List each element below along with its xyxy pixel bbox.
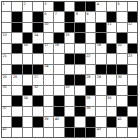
black-cell-r8c7 [65, 75, 74, 84]
cell-r9c2[interactable] [12, 86, 21, 95]
cell-r5c9[interactable] [86, 44, 95, 53]
black-cell-r7c11 [107, 65, 116, 74]
cell-r7c8[interactable] [75, 65, 84, 74]
cell-r5c5[interactable]: 17 [44, 44, 53, 53]
cell-r8c4[interactable]: 27 [33, 75, 42, 84]
black-cell-r13c8 [75, 128, 84, 137]
black-cell-r6c8 [75, 54, 84, 63]
black-cell-r12c4 [33, 117, 42, 126]
black-cell-r4c10 [96, 33, 105, 42]
cell-r6c12[interactable] [117, 54, 126, 63]
cell-r7c6[interactable] [54, 65, 63, 74]
crossword-grid: 1234567891011121314151617181920212223242… [1, 1, 138, 138]
cell-r8c10[interactable]: 29 [96, 75, 105, 84]
clue-number-9: 9 [86, 12, 88, 16]
clue-number-22: 22 [86, 54, 90, 58]
cell-r7c9[interactable] [86, 65, 95, 74]
clue-number-20: 20 [118, 43, 122, 47]
cell-r9c6[interactable] [54, 86, 63, 95]
cell-r11c2[interactable] [12, 107, 21, 116]
black-cell-r4c6 [54, 33, 63, 42]
cell-r11c13[interactable] [128, 107, 137, 116]
cell-r13c13[interactable] [128, 128, 137, 137]
cell-r6c2[interactable] [12, 54, 21, 63]
cell-r6c6[interactable] [54, 54, 63, 63]
cell-r13c11[interactable] [107, 128, 116, 137]
cell-r8c9[interactable]: 28 [86, 75, 95, 84]
cell-r12c1[interactable] [2, 117, 11, 126]
clue-number-43: 43 [97, 127, 101, 131]
cell-r8c11[interactable] [107, 75, 116, 84]
clue-number-12: 12 [128, 22, 132, 26]
cell-r4c13[interactable] [128, 33, 137, 42]
cell-r9c7[interactable]: 33 [65, 86, 74, 95]
cell-r1c11[interactable] [107, 2, 116, 11]
cell-r2c8[interactable]: 8 [75, 12, 84, 21]
black-cell-r3c4 [33, 23, 42, 32]
black-cell-r2c13 [128, 12, 137, 21]
cell-r8c13[interactable] [128, 75, 137, 84]
black-cell-r2c11 [107, 12, 116, 21]
cell-r11c7[interactable] [65, 107, 74, 116]
clue-number-40: 40 [55, 117, 59, 121]
cell-r6c10[interactable] [96, 54, 105, 63]
clue-number-35: 35 [86, 96, 90, 100]
cell-r1c4[interactable] [33, 2, 42, 11]
cell-r11c4[interactable] [33, 107, 42, 116]
clue-number-32: 32 [34, 85, 38, 89]
cell-r10c7[interactable] [65, 96, 74, 105]
clue-number-41: 41 [118, 117, 122, 121]
black-cell-r3c7 [65, 23, 74, 32]
cell-r9c10[interactable] [96, 86, 105, 95]
cell-r7c13[interactable] [128, 65, 137, 74]
black-cell-r1c8 [75, 2, 84, 11]
black-cell-r12c13 [128, 117, 137, 126]
clue-number-38: 38 [86, 106, 90, 110]
black-cell-r2c4 [33, 12, 42, 21]
cell-r8c3[interactable] [23, 75, 32, 84]
cell-r13c10[interactable]: 43 [96, 128, 105, 137]
cell-r8c12[interactable]: 30 [117, 75, 126, 84]
cell-r13c4[interactable] [33, 128, 42, 137]
clue-number-31: 31 [3, 85, 7, 89]
cell-r2c9[interactable]: 9 [86, 12, 95, 21]
black-cell-r10c2 [12, 96, 21, 105]
cell-r1c3[interactable]: 2 [23, 2, 32, 11]
clue-number-36: 36 [107, 96, 111, 100]
cell-r12c8[interactable] [75, 117, 84, 126]
cell-r12c10[interactable] [96, 117, 105, 126]
black-cell-r11c8 [75, 107, 84, 116]
cell-r8c6[interactable] [54, 75, 63, 84]
cell-r6c13[interactable]: 23 [128, 54, 137, 63]
black-cell-r12c11 [107, 117, 116, 126]
cell-r6c1[interactable]: 21 [2, 54, 11, 63]
cell-r13c5[interactable] [44, 128, 53, 137]
black-cell-r9c11 [107, 86, 116, 95]
black-cell-r1c6 [54, 2, 63, 11]
clue-number-27: 27 [34, 75, 38, 79]
black-cell-r13c7 [65, 128, 74, 137]
clue-number-24: 24 [44, 64, 48, 68]
cell-r3c5[interactable]: 10 [44, 23, 53, 32]
cell-r11c9[interactable]: 38 [86, 107, 95, 116]
cell-r1c1[interactable]: 1 [2, 2, 11, 11]
cell-r4c4[interactable]: 14 [33, 33, 42, 42]
clue-number-4: 4 [97, 2, 99, 6]
black-cell-r4c12 [117, 33, 126, 42]
cell-r3c9[interactable] [86, 23, 95, 32]
cell-r2c10[interactable] [96, 12, 105, 21]
black-cell-r3c10 [96, 23, 105, 32]
cell-r3c13[interactable]: 12 [128, 23, 137, 32]
clue-number-13: 13 [3, 33, 7, 37]
cell-r11c10[interactable] [96, 107, 105, 116]
cell-r13c3[interactable] [23, 128, 32, 137]
clue-number-2: 2 [23, 2, 25, 6]
cell-r3c12[interactable] [117, 23, 126, 32]
cell-r10c5[interactable] [44, 96, 53, 105]
cell-r5c8[interactable] [75, 44, 84, 53]
black-cell-r5c13 [128, 44, 137, 53]
cell-r10c11[interactable]: 36 [107, 96, 116, 105]
black-cell-r9c3 [23, 86, 32, 95]
cell-r12c3[interactable] [23, 117, 32, 126]
black-cell-r10c4 [33, 96, 42, 105]
cell-r11c1[interactable]: 37 [2, 107, 11, 116]
cell-r3c3[interactable] [23, 23, 32, 32]
black-cell-r4c3 [23, 33, 32, 42]
cell-r7c7[interactable] [65, 65, 74, 74]
clue-number-39: 39 [44, 117, 48, 121]
cell-r5c7[interactable] [65, 44, 74, 53]
black-cell-r11c12 [117, 107, 126, 116]
cell-r11c11[interactable] [107, 107, 116, 116]
clue-number-23: 23 [128, 54, 132, 58]
black-cell-r5c11 [107, 44, 116, 53]
cell-r8c2[interactable]: 26 [12, 75, 21, 84]
cell-r5c10[interactable]: 19 [96, 44, 105, 53]
clue-number-6: 6 [44, 12, 46, 16]
cell-r1c10[interactable]: 4 [96, 2, 105, 11]
black-cell-r10c8 [75, 96, 84, 105]
black-cell-r7c10 [96, 65, 105, 74]
clue-number-8: 8 [76, 12, 78, 16]
cell-r12c12[interactable]: 41 [117, 117, 126, 126]
black-cell-r3c8 [75, 23, 84, 32]
clue-number-5: 5 [118, 2, 120, 6]
black-cell-r12c7 [65, 117, 74, 126]
cell-r3c6[interactable] [54, 23, 63, 32]
clue-number-19: 19 [97, 43, 101, 47]
cell-r13c6[interactable] [54, 128, 63, 137]
black-cell-r3c2 [12, 23, 21, 32]
clue-number-25: 25 [3, 75, 7, 79]
clue-number-37: 37 [3, 106, 7, 110]
cell-r1c12[interactable]: 5 [117, 2, 126, 11]
cell-r10c1[interactable] [2, 96, 11, 105]
cell-r7c1[interactable] [2, 65, 11, 74]
cell-r6c5[interactable] [44, 54, 53, 63]
cell-r2c1[interactable] [2, 12, 11, 21]
black-cell-r6c7 [65, 54, 74, 63]
cell-r1c13[interactable] [128, 2, 137, 11]
cell-r9c12[interactable] [117, 86, 126, 95]
clue-number-10: 10 [44, 22, 48, 26]
cell-r1c5[interactable]: 3 [44, 2, 53, 11]
cell-r2c3[interactable] [23, 12, 32, 21]
clue-number-17: 17 [44, 43, 48, 47]
cell-r10c10[interactable] [96, 96, 105, 105]
cell-r4c11[interactable] [107, 33, 116, 42]
cell-r4c9[interactable] [86, 33, 95, 42]
clue-number-3: 3 [44, 2, 46, 6]
clue-number-42: 42 [3, 127, 7, 131]
black-cell-r13c9 [86, 128, 95, 137]
cell-r4c5[interactable] [44, 33, 53, 42]
black-cell-r7c12 [117, 65, 126, 74]
cell-r11c3[interactable] [23, 107, 32, 116]
cell-r9c8[interactable] [75, 86, 84, 95]
black-cell-r5c2 [12, 44, 21, 53]
black-cell-r1c9 [86, 2, 95, 11]
cell-r1c2[interactable] [12, 2, 21, 11]
cell-r13c2[interactable] [12, 128, 21, 137]
cell-r13c1[interactable]: 42 [2, 128, 11, 137]
clue-number-15: 15 [65, 33, 69, 37]
black-cell-r10c13 [128, 96, 137, 105]
cell-r4c2[interactable] [12, 33, 21, 42]
clue-number-26: 26 [13, 75, 17, 79]
clue-number-21: 21 [3, 54, 7, 58]
black-cell-r2c2 [12, 12, 21, 21]
cell-r10c9[interactable]: 35 [86, 96, 95, 105]
black-cell-r8c8 [75, 75, 84, 84]
clue-number-14: 14 [34, 33, 38, 37]
cell-r5c1[interactable] [2, 44, 11, 53]
black-cell-r12c2 [12, 117, 21, 126]
clue-number-33: 33 [65, 85, 69, 89]
cell-r8c5[interactable] [44, 75, 53, 84]
cell-r4c1[interactable]: 13 [2, 33, 11, 42]
cell-r3c1[interactable] [2, 23, 11, 32]
clue-number-1: 1 [3, 2, 5, 6]
cell-r9c4[interactable]: 32 [33, 86, 42, 95]
cell-r6c3[interactable] [23, 54, 32, 63]
cell-r11c5[interactable] [44, 107, 53, 116]
cell-r2c6[interactable]: 7 [54, 12, 63, 21]
cell-r13c12[interactable] [117, 128, 126, 137]
clue-number-11: 11 [107, 22, 111, 26]
cell-r9c1[interactable]: 31 [2, 86, 11, 95]
black-cell-r7c4 [33, 65, 42, 74]
black-cell-r11c6 [54, 107, 63, 116]
cell-r10c3[interactable]: 34 [23, 96, 32, 105]
cell-r2c12[interactable] [117, 12, 126, 21]
cell-r7c5[interactable]: 24 [44, 65, 53, 74]
cell-r10c12[interactable] [117, 96, 126, 105]
cell-r5c3[interactable]: 16 [23, 44, 32, 53]
cell-r3c11[interactable]: 11 [107, 23, 116, 32]
black-cell-r4c8 [75, 33, 84, 42]
black-cell-r5c4 [33, 44, 42, 53]
cell-r5c12[interactable]: 20 [117, 44, 126, 53]
cell-r5c6[interactable]: 18 [54, 44, 63, 53]
clue-number-29: 29 [97, 75, 101, 79]
clue-number-34: 34 [23, 96, 27, 100]
clue-number-7: 7 [55, 12, 57, 16]
black-cell-r2c7 [65, 12, 74, 21]
black-cell-r7c3 [23, 65, 32, 74]
cell-r4c7[interactable]: 15 [65, 33, 74, 42]
cell-r6c11[interactable] [107, 54, 116, 63]
clue-number-16: 16 [23, 43, 27, 47]
cell-r12c6[interactable]: 40 [54, 117, 63, 126]
cell-r2c5[interactable]: 6 [44, 12, 53, 21]
clue-number-18: 18 [55, 43, 59, 47]
clue-number-28: 28 [86, 75, 90, 79]
cell-r8c1[interactable]: 25 [2, 75, 11, 84]
black-cell-r10c6 [54, 96, 63, 105]
clue-number-30: 30 [118, 75, 122, 79]
cell-r6c9[interactable]: 22 [86, 54, 95, 63]
black-cell-r9c9 [86, 86, 95, 95]
cell-r1c7[interactable] [65, 2, 74, 11]
black-cell-r12c9 [86, 117, 95, 126]
cell-r9c5[interactable] [44, 86, 53, 95]
black-cell-r9c13 [128, 86, 137, 95]
black-cell-r7c2 [12, 65, 21, 74]
cell-r6c4[interactable] [33, 54, 42, 63]
cell-r12c5[interactable]: 39 [44, 117, 53, 126]
